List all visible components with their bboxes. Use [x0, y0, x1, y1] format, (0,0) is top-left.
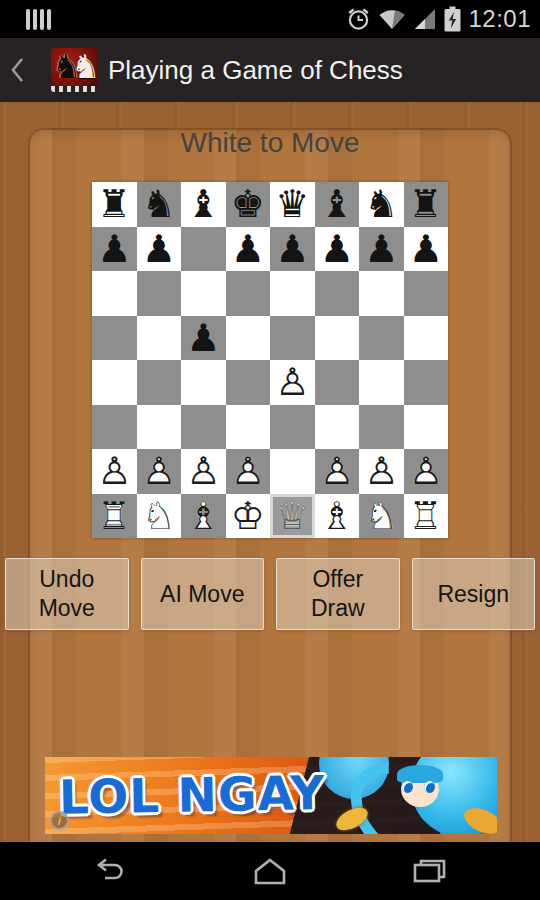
square-d6[interactable] [226, 271, 271, 316]
square-b7[interactable]: ♟ [137, 227, 182, 272]
square-e6[interactable] [270, 271, 315, 316]
black-bishop: ♝ [181, 182, 226, 227]
square-g4[interactable] [359, 360, 404, 405]
square-b6[interactable] [137, 271, 182, 316]
white-pawn: ♙ [270, 360, 315, 405]
square-e1[interactable]: ♛♕ [270, 494, 315, 539]
black-pawn: ♟ [137, 227, 182, 272]
black-pawn: ♟ [315, 227, 360, 272]
ad-character-eye [424, 781, 435, 793]
square-f6[interactable] [315, 271, 360, 316]
square-g7[interactable]: ♟ [359, 227, 404, 272]
square-a7[interactable]: ♟ [92, 227, 137, 272]
black-pawn: ♟ [181, 316, 226, 361]
square-d7[interactable]: ♟ [226, 227, 271, 272]
square-h4[interactable] [404, 360, 449, 405]
square-f3[interactable] [315, 405, 360, 450]
square-b4[interactable] [137, 360, 182, 405]
square-c2[interactable]: ♟♙ [181, 449, 226, 494]
black-king: ♚ [226, 182, 271, 227]
square-e5[interactable] [270, 316, 315, 361]
white-pawn: ♙ [137, 449, 182, 494]
status-time: 12:01 [468, 5, 531, 33]
white-bishop-fill: ♝ [181, 494, 226, 539]
square-a1[interactable]: ♜♖ [92, 494, 137, 539]
alarm-clock-icon [346, 6, 371, 32]
recents-button[interactable] [406, 854, 452, 888]
square-c4[interactable] [181, 360, 226, 405]
white-knight-fill: ♞ [137, 494, 182, 539]
white-pawn-fill: ♟ [270, 360, 315, 405]
status-bar: 12:01 [0, 0, 540, 38]
white-bishop: ♗ [181, 494, 226, 539]
square-d8[interactable]: ♚ [226, 182, 271, 227]
square-a5[interactable] [92, 316, 137, 361]
navigation-bar [0, 842, 540, 900]
action-bar: ♞ ♞ Playing a Game of Chess [0, 38, 540, 102]
ad-character-eye [402, 781, 413, 793]
square-e8[interactable]: ♛ [270, 182, 315, 227]
black-rook: ♜ [404, 182, 449, 227]
square-g1[interactable]: ♞♘ [359, 494, 404, 539]
status-bar-right: 12:01 [346, 5, 540, 33]
white-pawn-fill: ♟ [315, 449, 360, 494]
white-king: ♔ [226, 494, 271, 539]
square-c5[interactable]: ♟ [181, 316, 226, 361]
back-button[interactable] [88, 854, 134, 888]
undo-move-button[interactable]: Undo Move [5, 558, 129, 630]
black-pawn: ♟ [404, 227, 449, 272]
battery-charging-icon [444, 6, 461, 32]
ai-move-button[interactable]: AI Move [141, 558, 265, 630]
white-knight-fill: ♞ [359, 494, 404, 539]
home-icon [252, 857, 288, 885]
square-c1[interactable]: ♝♗ [181, 494, 226, 539]
square-h8[interactable]: ♜ [404, 182, 449, 227]
black-pawn: ♟ [226, 227, 271, 272]
square-a2[interactable]: ♟♙ [92, 449, 137, 494]
white-king-fill: ♚ [226, 494, 271, 539]
signal-strength-icon [413, 7, 437, 31]
black-knight: ♞ [359, 182, 404, 227]
white-pawn-fill: ♟ [92, 449, 137, 494]
square-e2[interactable] [270, 449, 315, 494]
square-h6[interactable] [404, 271, 449, 316]
square-d1[interactable]: ♚♔ [226, 494, 271, 539]
white-knight: ♘ [137, 494, 182, 539]
square-h2[interactable]: ♟♙ [404, 449, 449, 494]
white-pawn-fill: ♟ [137, 449, 182, 494]
status-bar-left [0, 9, 51, 30]
white-pawn: ♙ [404, 449, 449, 494]
white-rook-fill: ♜ [404, 494, 449, 539]
white-queen-fill: ♛ [270, 494, 315, 539]
square-b2[interactable]: ♟♙ [137, 449, 182, 494]
square-d4[interactable] [226, 360, 271, 405]
square-a3[interactable] [92, 405, 137, 450]
white-queen: ♕ [270, 494, 315, 539]
square-h7[interactable]: ♟ [404, 227, 449, 272]
square-d5[interactable] [226, 316, 271, 361]
wifi-icon [378, 7, 406, 31]
white-pawn-fill: ♟ [404, 449, 449, 494]
white-pawn: ♙ [359, 449, 404, 494]
white-rook-fill: ♜ [92, 494, 137, 539]
resign-button[interactable]: Resign [412, 558, 536, 630]
black-pawn: ♟ [359, 227, 404, 272]
notification-bars-icon [26, 9, 51, 30]
white-pawn: ♙ [226, 449, 271, 494]
square-a4[interactable] [92, 360, 137, 405]
chess-board[interactable]: ♜♞♝♚♛♝♞♜♟♟♟♟♟♟♟♟♟♙♟♙♟♙♟♙♟♙♟♙♟♙♟♙♜♖♞♘♝♗♚♔… [92, 182, 448, 538]
square-e3[interactable] [270, 405, 315, 450]
white-bishop-fill: ♝ [315, 494, 360, 539]
square-c6[interactable] [181, 271, 226, 316]
turn-indicator: White to Move [0, 127, 540, 159]
game-area: White to Move ♜♞♝♚♛♝♞♜♟♟♟♟♟♟♟♟♟♙♟♙♟♙♟♙♟♙… [0, 102, 540, 842]
white-rook: ♖ [404, 494, 449, 539]
square-b8[interactable]: ♞ [137, 182, 182, 227]
home-button[interactable] [247, 854, 293, 888]
square-g2[interactable]: ♟♙ [359, 449, 404, 494]
black-queen: ♛ [270, 182, 315, 227]
ad-character-art [397, 765, 443, 783]
white-bishop: ♗ [315, 494, 360, 539]
square-f4[interactable] [315, 360, 360, 405]
white-pawn-fill: ♟ [359, 449, 404, 494]
square-a6[interactable] [92, 271, 137, 316]
white-rook: ♖ [92, 494, 137, 539]
white-knight-logo-icon: ♞ [71, 48, 97, 89]
square-c8[interactable]: ♝ [181, 182, 226, 227]
white-pawn: ♙ [181, 449, 226, 494]
square-a8[interactable]: ♜ [92, 182, 137, 227]
white-pawn: ♙ [315, 449, 360, 494]
square-e4[interactable]: ♟♙ [270, 360, 315, 405]
black-pawn: ♟ [92, 227, 137, 272]
square-d2[interactable]: ♟♙ [226, 449, 271, 494]
logo-checkerboard [51, 86, 97, 92]
black-bishop: ♝ [315, 182, 360, 227]
square-g3[interactable] [359, 405, 404, 450]
square-f8[interactable]: ♝ [315, 182, 360, 227]
square-h5[interactable] [404, 316, 449, 361]
action-buttons: Undo Move AI Move Offer Draw Resign [5, 558, 535, 630]
square-f2[interactable]: ♟♙ [315, 449, 360, 494]
square-d3[interactable] [226, 405, 271, 450]
square-b3[interactable] [137, 405, 182, 450]
recents-icon [411, 857, 447, 885]
back-chevron-icon[interactable] [10, 56, 25, 84]
square-f5[interactable] [315, 316, 360, 361]
white-pawn-fill: ♟ [226, 449, 271, 494]
white-pawn: ♙ [92, 449, 137, 494]
page-title: Playing a Game of Chess [108, 55, 403, 86]
square-c7[interactable] [181, 227, 226, 272]
square-g8[interactable]: ♞ [359, 182, 404, 227]
square-b1[interactable]: ♞♘ [137, 494, 182, 539]
square-f1[interactable]: ♝♗ [315, 494, 360, 539]
ad-headline: LOL NGAY [59, 765, 326, 825]
back-icon [91, 857, 131, 885]
square-g5[interactable] [359, 316, 404, 361]
white-pawn-fill: ♟ [181, 449, 226, 494]
square-h3[interactable] [404, 405, 449, 450]
square-c3[interactable] [181, 405, 226, 450]
square-g6[interactable] [359, 271, 404, 316]
square-f7[interactable]: ♟ [315, 227, 360, 272]
square-b5[interactable] [137, 316, 182, 361]
black-pawn: ♟ [270, 227, 315, 272]
ad-info-icon[interactable]: i [50, 811, 69, 830]
black-rook: ♜ [92, 182, 137, 227]
ad-banner[interactable]: LOL NGAY i [45, 757, 497, 834]
app-icon-knights[interactable]: ♞ ♞ [51, 48, 97, 92]
white-knight: ♘ [359, 494, 404, 539]
square-e7[interactable]: ♟ [270, 227, 315, 272]
square-h1[interactable]: ♜♖ [404, 494, 449, 539]
android-screen: 12:01 ♞ ♞ Playing a Game of Chess White … [0, 0, 540, 900]
black-knight: ♞ [137, 182, 182, 227]
offer-draw-button[interactable]: Offer Draw [276, 558, 400, 630]
